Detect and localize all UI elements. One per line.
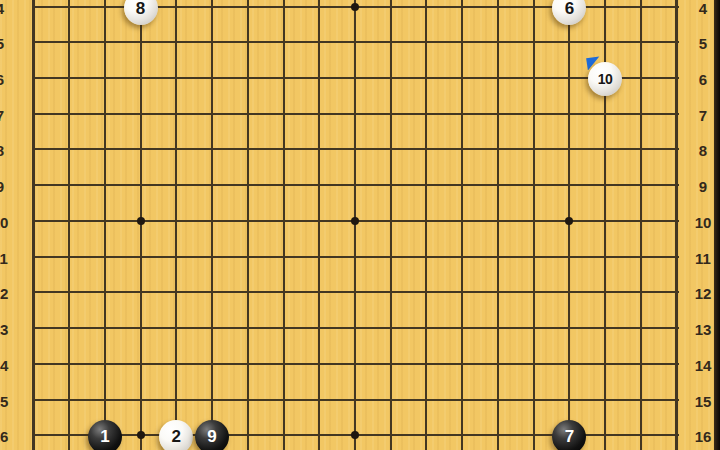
grid-vline-col-10 bbox=[354, 0, 356, 450]
row-label-left-6: 6 bbox=[0, 71, 4, 86]
row-label-right-10: 10 bbox=[695, 214, 712, 229]
star-point-4-16 bbox=[137, 431, 145, 439]
grid-vline-col-6 bbox=[211, 0, 213, 450]
grid-vline-col-12 bbox=[425, 0, 427, 450]
grid-vline-col-9 bbox=[318, 0, 320, 450]
row-label-right-5: 5 bbox=[699, 36, 707, 51]
grid-vline-col-3 bbox=[104, 0, 106, 450]
row-label-right-11: 11 bbox=[695, 250, 711, 265]
grid-hline-row-15 bbox=[32, 399, 679, 401]
row-label-right-16: 16 bbox=[695, 429, 712, 444]
row-label-left-8: 8 bbox=[0, 143, 4, 158]
row-label-right-7: 7 bbox=[699, 107, 707, 122]
grid-vline-col-13 bbox=[461, 0, 463, 450]
stone-black-move-9: 9 bbox=[195, 420, 229, 450]
grid-hline-row-7 bbox=[32, 113, 679, 115]
grid-vline-col-2 bbox=[68, 0, 70, 450]
stone-white-move-2: 2 bbox=[159, 420, 193, 450]
grid-hline-row-12 bbox=[32, 291, 679, 293]
screen-right-edge-strip bbox=[714, 0, 720, 450]
row-label-left-9: 9 bbox=[0, 179, 4, 194]
grid-vline-col-7 bbox=[247, 0, 249, 450]
grid-vline-col-11 bbox=[390, 0, 392, 450]
row-label-left-14: 14 bbox=[0, 357, 8, 372]
star-point-10-4 bbox=[351, 3, 359, 11]
grid-vline-col-5 bbox=[175, 0, 177, 450]
row-label-right-4: 4 bbox=[699, 0, 707, 15]
grid-hline-row-8 bbox=[32, 148, 679, 150]
grid-vline-col-14 bbox=[497, 0, 499, 450]
grid-hline-row-9 bbox=[32, 184, 679, 186]
row-label-left-4: 4 bbox=[0, 0, 4, 15]
row-label-right-9: 9 bbox=[699, 179, 707, 194]
grid-hline-row-6 bbox=[32, 77, 679, 79]
grid-vline-col-18 bbox=[640, 0, 642, 450]
stone-black-move-1: 1 bbox=[88, 420, 122, 450]
grid-hline-row-14 bbox=[32, 363, 679, 365]
row-label-left-16: 16 bbox=[0, 429, 8, 444]
star-point-4-10 bbox=[137, 217, 145, 225]
stone-white-move-6: 6 bbox=[552, 0, 586, 25]
grid-vline-col-4 bbox=[140, 0, 142, 450]
stone-white-move-8: 8 bbox=[124, 0, 158, 25]
stone-white-move-10: 10 bbox=[588, 62, 622, 96]
row-label-right-6: 6 bbox=[699, 71, 707, 86]
star-point-10-10 bbox=[351, 217, 359, 225]
row-label-left-10: 10 bbox=[0, 214, 8, 229]
star-point-10-16 bbox=[351, 431, 359, 439]
row-label-right-12: 12 bbox=[695, 286, 712, 301]
row-label-left-7: 7 bbox=[0, 107, 4, 122]
row-label-right-8: 8 bbox=[699, 143, 707, 158]
go-app-screen: 4455667788991010111112121313141415151616… bbox=[0, 0, 720, 450]
grid-vline-col-15 bbox=[533, 0, 535, 450]
row-label-left-15: 15 bbox=[0, 393, 8, 408]
row-label-left-11: 11 bbox=[0, 250, 8, 265]
row-label-left-5: 5 bbox=[0, 36, 4, 51]
row-label-right-13: 13 bbox=[695, 322, 712, 337]
grid-vline-col-16 bbox=[568, 0, 570, 450]
grid-hline-row-5 bbox=[32, 41, 679, 43]
row-label-right-14: 14 bbox=[695, 357, 712, 372]
grid-vline-col-1 bbox=[32, 0, 35, 450]
row-label-left-12: 12 bbox=[0, 286, 8, 301]
grid-hline-row-13 bbox=[32, 327, 679, 329]
row-label-left-13: 13 bbox=[0, 322, 8, 337]
stone-black-move-7: 7 bbox=[552, 420, 586, 450]
grid-vline-col-19 bbox=[675, 0, 678, 450]
grid-vline-col-8 bbox=[283, 0, 285, 450]
grid-hline-row-11 bbox=[32, 256, 679, 258]
star-point-16-10 bbox=[565, 217, 573, 225]
row-label-right-15: 15 bbox=[695, 393, 712, 408]
